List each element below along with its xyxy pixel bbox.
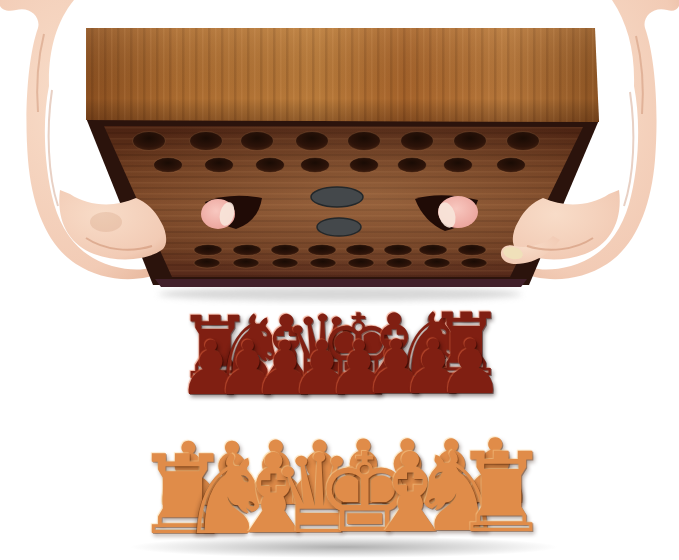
piece-white-pawn-g2[interactable]: ♟	[412, 429, 492, 518]
piece-black-pawn-b7[interactable]: ♟	[215, 332, 282, 407]
square-c1[interactable]	[251, 502, 298, 529]
square-h5[interactable]	[456, 410, 500, 431]
piece-white-rook-h1[interactable]: ♜	[452, 438, 551, 548]
piece-black-knight-b8[interactable]: ♞	[212, 304, 290, 391]
chess-set-product-photo: ♜♞♝♛♚♝♞♜♟♟♟♟♟♟♟♟♟♟♟♟♟♟♟♟♜♞♝♛♚♝♞♜	[0, 0, 679, 560]
piece-white-pawn-b2[interactable]: ♟	[193, 431, 272, 519]
square-a7[interactable]	[192, 375, 232, 393]
piece-white-pawn-a2[interactable]: ♟	[149, 431, 228, 519]
board-pinstripe	[149, 352, 535, 536]
square-h8[interactable]	[445, 355, 484, 372]
square-b2[interactable]	[210, 477, 257, 502]
piece-black-bishop-f8[interactable]: ♝	[355, 303, 433, 390]
square-g3[interactable]	[423, 452, 469, 476]
square-f8[interactable]	[375, 356, 412, 373]
square-g1[interactable]	[430, 501, 479, 528]
square-c6[interactable]	[264, 392, 303, 412]
square-d5[interactable]	[301, 411, 341, 432]
square-f6[interactable]	[378, 391, 418, 411]
board-grid	[160, 355, 525, 530]
square-e4[interactable]	[341, 431, 382, 453]
square-c4[interactable]	[259, 432, 301, 454]
piece-white-pawn-c2[interactable]: ♟	[236, 430, 315, 518]
piece-white-pawn-d2[interactable]: ♟	[280, 430, 359, 518]
piece-white-knight-b1[interactable]: ♞	[179, 441, 277, 550]
piece-black-queen-d8[interactable]: ♛	[283, 304, 361, 391]
square-h7[interactable]	[449, 372, 490, 390]
piece-black-pawn-d7[interactable]: ♟	[288, 331, 355, 406]
square-f2[interactable]	[384, 476, 430, 501]
piece-white-pawn-h2[interactable]: ♟	[456, 428, 536, 517]
square-g7[interactable]	[412, 373, 452, 391]
piece-white-pawn-e2[interactable]: ♟	[324, 429, 403, 517]
piece-white-knight-g1[interactable]: ♞	[406, 438, 505, 548]
square-a6[interactable]	[188, 393, 230, 413]
square-b1[interactable]	[205, 502, 254, 529]
square-f4[interactable]	[381, 431, 424, 453]
square-d4[interactable]	[300, 431, 341, 453]
square-d7[interactable]	[303, 374, 340, 392]
square-b5[interactable]	[222, 412, 264, 433]
square-a5[interactable]	[183, 412, 226, 433]
piece-black-pawn-c7[interactable]: ♟	[251, 332, 318, 407]
square-d2[interactable]	[298, 477, 342, 502]
square-f3[interactable]	[382, 453, 426, 477]
square-e3[interactable]	[341, 453, 384, 477]
piece-black-pawn-g7[interactable]: ♟	[400, 330, 467, 405]
square-d3[interactable]	[299, 453, 341, 477]
square-g4[interactable]	[420, 430, 464, 452]
piece-white-bishop-c1[interactable]: ♝	[225, 440, 323, 549]
square-g6[interactable]	[415, 391, 456, 411]
chessboard: ♜♞♝♛♚♝♞♜♟♟♟♟♟♟♟♟♟♟♟♟♟♟♟♟♜♞♝♛♚♝♞♜	[0, 0, 679, 560]
piece-black-king-e8[interactable]: ♚	[319, 303, 397, 390]
piece-black-bishop-c8[interactable]: ♝	[248, 304, 326, 391]
square-e7[interactable]	[340, 373, 377, 391]
piece-white-queen-d1[interactable]: ♛	[270, 440, 368, 550]
square-f7[interactable]	[376, 373, 414, 391]
piece-black-pawn-h7[interactable]: ♟	[437, 330, 504, 405]
square-b6[interactable]	[226, 392, 266, 412]
square-a8[interactable]	[197, 358, 236, 375]
square-d1[interactable]	[296, 502, 342, 529]
piece-black-pawn-a7[interactable]: ♟	[178, 332, 245, 407]
piece-black-rook-a8[interactable]: ♜	[176, 305, 254, 392]
square-a1[interactable]	[160, 503, 210, 530]
piece-white-pawn-f2[interactable]: ♟	[368, 429, 447, 518]
square-e2[interactable]	[341, 476, 385, 501]
square-g8[interactable]	[410, 356, 448, 373]
square-e6[interactable]	[341, 391, 379, 411]
piece-black-knight-g8[interactable]: ♞	[391, 302, 469, 389]
square-g5[interactable]	[417, 410, 459, 431]
board-shadow	[128, 536, 560, 558]
square-c8[interactable]	[268, 357, 305, 374]
square-c2[interactable]	[254, 477, 299, 502]
square-c3[interactable]	[257, 454, 301, 478]
square-h3[interactable]	[464, 452, 511, 476]
square-h1[interactable]	[474, 500, 525, 527]
square-a4[interactable]	[178, 432, 223, 454]
piece-black-pawn-e7[interactable]: ♟	[325, 331, 392, 406]
piece-white-king-e1[interactable]: ♚	[315, 439, 413, 549]
square-a3[interactable]	[172, 454, 218, 478]
piece-black-rook-h8[interactable]: ♜	[427, 302, 505, 389]
square-b3[interactable]	[214, 454, 259, 478]
piece-black-pawn-f7[interactable]: ♟	[363, 330, 430, 405]
square-f1[interactable]	[386, 501, 434, 528]
board-frame	[136, 348, 549, 543]
square-b4[interactable]	[219, 432, 262, 454]
square-e1[interactable]	[342, 501, 388, 528]
square-e5[interactable]	[341, 411, 381, 432]
piece-white-rook-a1[interactable]: ♜	[134, 441, 232, 550]
square-d6[interactable]	[302, 392, 340, 412]
piece-white-bishop-f1[interactable]: ♝	[361, 439, 459, 549]
square-c5[interactable]	[262, 411, 303, 432]
square-c7[interactable]	[266, 374, 304, 392]
square-a2[interactable]	[166, 478, 214, 503]
square-g2[interactable]	[426, 476, 473, 501]
square-d8[interactable]	[304, 357, 340, 374]
square-h2[interactable]	[469, 475, 518, 500]
square-b8[interactable]	[233, 357, 271, 374]
square-e8[interactable]	[340, 356, 376, 373]
square-b7[interactable]	[229, 374, 268, 392]
square-h6[interactable]	[452, 390, 494, 410]
pieces-layer: ♜♞♝♛♚♝♞♜♟♟♟♟♟♟♟♟♟♟♟♟♟♟♟♟♜♞♝♛♚♝♞♜	[0, 0, 679, 560]
square-f5[interactable]	[379, 410, 420, 431]
square-h4[interactable]	[460, 430, 505, 452]
